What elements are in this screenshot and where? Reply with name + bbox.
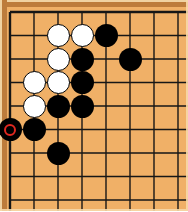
black-stone[interactable] xyxy=(119,48,142,71)
black-stone[interactable] xyxy=(23,118,46,141)
white-stone[interactable] xyxy=(23,95,46,118)
white-stone[interactable] xyxy=(23,71,46,94)
white-stone[interactable] xyxy=(47,48,70,71)
black-stone[interactable] xyxy=(47,142,70,165)
black-stone[interactable] xyxy=(71,48,94,71)
black-stone[interactable] xyxy=(47,95,70,118)
white-stone[interactable] xyxy=(47,71,70,94)
white-stone[interactable] xyxy=(47,24,70,47)
black-stone[interactable] xyxy=(95,24,118,47)
marked-black-stone[interactable] xyxy=(0,118,22,141)
circle-marker-icon xyxy=(4,124,16,136)
black-stone[interactable] xyxy=(71,71,94,94)
go-board-diagram[interactable] xyxy=(0,0,188,211)
white-stone[interactable] xyxy=(71,24,94,47)
black-stone[interactable] xyxy=(71,95,94,118)
board-intersections[interactable] xyxy=(0,1,188,212)
